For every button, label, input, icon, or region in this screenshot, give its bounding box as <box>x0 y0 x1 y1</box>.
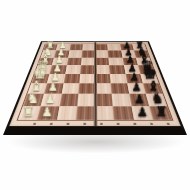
black-pawn-f7: ♟ <box>132 82 142 93</box>
square-b3 <box>68 51 82 58</box>
square-f3 <box>61 83 79 94</box>
white-pawn-h2: ♟ <box>42 106 53 119</box>
square-g3 <box>59 94 78 106</box>
square-f5 <box>95 83 112 94</box>
square-e6 <box>110 74 127 84</box>
white-rook-h1: ♜ <box>22 105 34 119</box>
chess-board: ♜♟♟♜♞♟♟♞♝♟♟♝♛♟♟♛♚♟♟♚♝♟♟♝♞♟♟♞♜♟♟♜ <box>3 41 187 135</box>
black-rook-h8: ♜ <box>156 105 168 119</box>
square-b5 <box>95 51 109 58</box>
square-g5 <box>95 94 113 106</box>
square-d3 <box>65 65 81 74</box>
square-f6 <box>111 83 129 94</box>
black-pawn-g7: ♟ <box>134 93 145 105</box>
square-c3 <box>66 58 81 66</box>
square-h3 <box>57 106 77 120</box>
square-h8: ♜ <box>149 106 172 120</box>
square-h5 <box>95 106 114 120</box>
square-c5 <box>95 58 109 66</box>
chess-set-photo: ♜♟♟♜♞♟♟♞♝♟♟♝♛♟♟♛♚♟♟♚♝♟♟♝♞♟♟♞♜♟♟♜ <box>0 0 190 190</box>
white-pawn-f2: ♟ <box>48 82 58 93</box>
square-d6 <box>109 65 125 74</box>
square-e3 <box>63 74 80 84</box>
square-d5 <box>95 65 110 74</box>
white-pawn-g2: ♟ <box>45 93 56 105</box>
square-h4 <box>76 106 95 120</box>
square-e5 <box>95 74 111 84</box>
board-shadow <box>4 132 188 154</box>
square-b6 <box>108 51 122 58</box>
square-c6 <box>109 58 124 66</box>
board-frame: ♜♟♟♜♞♟♟♞♝♟♟♝♛♟♟♛♚♟♟♚♝♟♟♝♞♟♟♞♜♟♟♜ <box>3 41 187 135</box>
black-pawn-h7: ♟ <box>137 106 148 119</box>
